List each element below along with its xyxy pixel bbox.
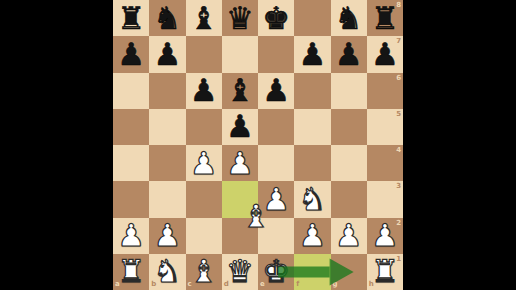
rank-label-4: 4 <box>396 147 401 154</box>
file-label-d: d <box>224 281 229 288</box>
square-d5[interactable]: ♟ <box>222 109 258 145</box>
square-f3[interactable]: ♞ <box>294 181 330 217</box>
piece-black-pawn[interactable]: ♟ <box>117 39 145 70</box>
square-c1[interactable]: c♝ <box>186 254 222 290</box>
square-e4[interactable] <box>258 145 294 181</box>
square-a6[interactable] <box>113 73 149 109</box>
square-g8[interactable]: ♞ <box>331 0 367 36</box>
square-e8[interactable]: ♚ <box>258 0 294 36</box>
square-e7[interactable] <box>258 36 294 72</box>
piece-black-pawn[interactable]: ♟ <box>153 39 181 70</box>
square-f8[interactable] <box>294 0 330 36</box>
piece-white-rook[interactable]: ♜ <box>371 256 399 287</box>
square-g2[interactable]: ♟ <box>331 218 367 254</box>
piece-white-pawn[interactable]: ♟ <box>335 220 363 251</box>
rank-label-3: 3 <box>396 183 401 190</box>
square-g7[interactable]: ♟ <box>331 36 367 72</box>
piece-white-pawn[interactable]: ♟ <box>190 148 218 179</box>
rank-label-8: 8 <box>396 2 401 9</box>
square-c7[interactable] <box>186 36 222 72</box>
piece-white-bishop[interactable]: ♝ <box>190 256 218 287</box>
square-b3[interactable] <box>149 181 185 217</box>
piece-black-queen[interactable]: ♛ <box>226 3 254 34</box>
square-h1[interactable]: 1h♜ <box>367 254 403 290</box>
piece-black-king[interactable]: ♚ <box>262 3 290 34</box>
piece-white-king[interactable]: ♚ <box>262 256 290 287</box>
square-c6[interactable]: ♟ <box>186 73 222 109</box>
square-d6[interactable]: ♝ <box>222 73 258 109</box>
square-g6[interactable] <box>331 73 367 109</box>
rank-label-2: 2 <box>396 220 401 227</box>
piece-white-pawn[interactable]: ♟ <box>226 148 254 179</box>
square-b8[interactable]: ♞ <box>149 0 185 36</box>
square-b4[interactable] <box>149 145 185 181</box>
chess-board: ♜♞♝♛♚♞8♜♟♟♟♟7♟♟♝♟6♟5♟♟4♟♞3♟♟♟♟2♟a♜b♞c♝d♛… <box>113 0 403 290</box>
square-g3[interactable] <box>331 181 367 217</box>
piece-black-rook[interactable]: ♜ <box>117 3 145 34</box>
square-b2[interactable]: ♟ <box>149 218 185 254</box>
square-c4[interactable]: ♟ <box>186 145 222 181</box>
square-e1[interactable]: e♚ <box>258 254 294 290</box>
square-h5[interactable]: 5 <box>367 109 403 145</box>
piece-white-queen[interactable]: ♛ <box>226 256 254 287</box>
piece-black-pawn[interactable]: ♟ <box>262 75 290 106</box>
piece-black-pawn[interactable]: ♟ <box>298 39 326 70</box>
rank-label-1: 1 <box>396 256 401 263</box>
piece-white-rook[interactable]: ♜ <box>117 256 145 287</box>
square-f4[interactable] <box>294 145 330 181</box>
square-b1[interactable]: b♞ <box>149 254 185 290</box>
square-a3[interactable] <box>113 181 149 217</box>
square-e5[interactable] <box>258 109 294 145</box>
square-a1[interactable]: a♜ <box>113 254 149 290</box>
square-f1[interactable]: f <box>294 254 330 290</box>
square-a8[interactable]: ♜ <box>113 0 149 36</box>
square-c5[interactable] <box>186 109 222 145</box>
square-a2[interactable]: ♟ <box>113 218 149 254</box>
piece-white-knight[interactable]: ♞ <box>298 184 326 215</box>
square-d4[interactable]: ♟ <box>222 145 258 181</box>
video-frame-background: ♜♞♝♛♚♞8♜♟♟♟♟7♟♟♝♟6♟5♟♟4♟♞3♟♟♟♟2♟a♜b♞c♝d♛… <box>0 0 516 290</box>
square-c8[interactable]: ♝ <box>186 0 222 36</box>
square-a5[interactable] <box>113 109 149 145</box>
piece-black-bishop[interactable]: ♝ <box>190 3 218 34</box>
square-d1[interactable]: d♛ <box>222 254 258 290</box>
file-label-e: e <box>260 281 265 288</box>
file-label-c: c <box>188 281 192 288</box>
square-e6[interactable]: ♟ <box>258 73 294 109</box>
square-h8[interactable]: 8♜ <box>367 0 403 36</box>
square-f2[interactable]: ♟ <box>294 218 330 254</box>
square-f7[interactable]: ♟ <box>294 36 330 72</box>
square-d8[interactable]: ♛ <box>222 0 258 36</box>
piece-black-pawn[interactable]: ♟ <box>190 75 218 106</box>
square-f6[interactable] <box>294 73 330 109</box>
piece-black-knight[interactable]: ♞ <box>153 3 181 34</box>
square-h4[interactable]: 4 <box>367 145 403 181</box>
file-label-h: h <box>369 281 374 288</box>
square-b6[interactable] <box>149 73 185 109</box>
square-h3[interactable]: 3 <box>367 181 403 217</box>
piece-black-pawn[interactable]: ♟ <box>371 39 399 70</box>
square-a7[interactable]: ♟ <box>113 36 149 72</box>
piece-black-pawn[interactable]: ♟ <box>335 39 363 70</box>
square-h2[interactable]: 2♟ <box>367 218 403 254</box>
square-c3[interactable] <box>186 181 222 217</box>
file-label-f: f <box>296 281 299 288</box>
piece-white-pawn[interactable]: ♟ <box>117 220 145 251</box>
square-h7[interactable]: 7♟ <box>367 36 403 72</box>
square-h6[interactable]: 6 <box>367 73 403 109</box>
square-f5[interactable] <box>294 109 330 145</box>
rank-label-7: 7 <box>396 38 401 45</box>
rank-label-5: 5 <box>396 111 401 118</box>
square-g4[interactable] <box>331 145 367 181</box>
square-g1[interactable]: g <box>331 254 367 290</box>
square-d7[interactable] <box>222 36 258 72</box>
piece-black-pawn[interactable]: ♟ <box>226 111 254 142</box>
square-a4[interactable] <box>113 145 149 181</box>
piece-black-rook[interactable]: ♜ <box>371 3 399 34</box>
piece-white-pawn[interactable]: ♟ <box>298 220 326 251</box>
square-c2[interactable] <box>186 218 222 254</box>
square-g5[interactable] <box>331 109 367 145</box>
file-label-b: b <box>151 281 156 288</box>
piece-black-knight[interactable]: ♞ <box>335 3 363 34</box>
piece-white-pawn[interactable]: ♟ <box>371 220 399 251</box>
rank-label-6: 6 <box>396 75 401 82</box>
piece-white-pawn[interactable]: ♟ <box>153 220 181 251</box>
square-b7[interactable]: ♟ <box>149 36 185 72</box>
square-b5[interactable] <box>149 109 185 145</box>
piece-white-knight[interactable]: ♞ <box>153 256 181 287</box>
piece-black-bishop[interactable]: ♝ <box>226 75 254 106</box>
moving-piece-white-bishop[interactable]: ♝ <box>242 201 270 232</box>
file-label-a: a <box>115 281 120 288</box>
file-label-g: g <box>333 281 338 288</box>
